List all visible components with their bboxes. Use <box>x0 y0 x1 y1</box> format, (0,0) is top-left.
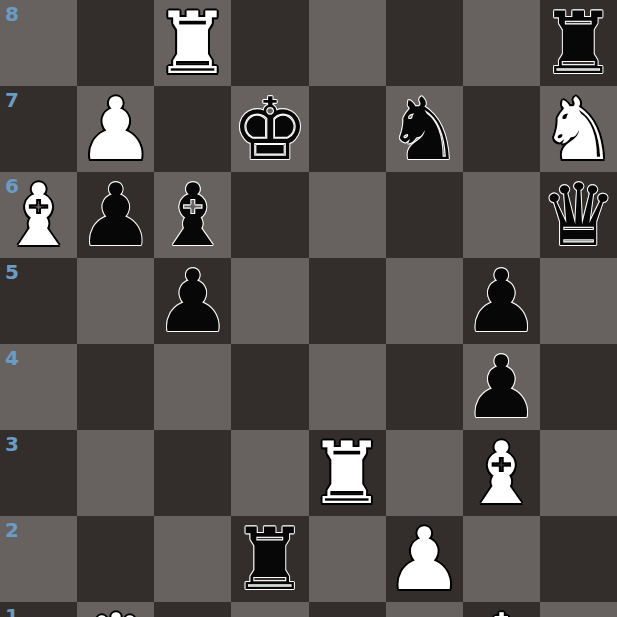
square-c3[interactable] <box>154 430 231 516</box>
square-c1[interactable]: c <box>154 602 231 617</box>
square-g5[interactable]: ♟ <box>463 258 540 344</box>
piece-white-knight-h7[interactable]: ♞ <box>540 86 617 172</box>
piece-white-pawn-f2[interactable]: ♟ <box>386 516 463 602</box>
square-b3[interactable] <box>77 430 154 516</box>
piece-black-knight-f7[interactable]: ♞ <box>386 86 463 172</box>
square-h6[interactable]: ♛ <box>540 172 617 258</box>
square-a3[interactable]: 3 <box>0 430 77 516</box>
square-e3[interactable]: ♜ <box>309 430 386 516</box>
square-g3[interactable]: ♝ <box>463 430 540 516</box>
square-a2[interactable]: 2 <box>0 516 77 602</box>
piece-black-pawn-g5[interactable]: ♟ <box>463 258 540 344</box>
square-g7[interactable] <box>463 86 540 172</box>
square-a1[interactable]: 1a <box>0 602 77 617</box>
piece-black-king-d7[interactable]: ♚ <box>231 86 308 172</box>
square-f6[interactable] <box>386 172 463 258</box>
rank-label-4: 4 <box>5 346 19 370</box>
square-d8[interactable] <box>231 0 308 86</box>
square-g1[interactable]: g♚ <box>463 602 540 617</box>
square-f4[interactable] <box>386 344 463 430</box>
square-d2[interactable]: ♜ <box>231 516 308 602</box>
square-f3[interactable] <box>386 430 463 516</box>
square-h1[interactable]: h <box>540 602 617 617</box>
square-e7[interactable] <box>309 86 386 172</box>
chess-board: 8♜♜7♟♚♞♞6♝♟♝♛5♟♟4♟3♜♝2♜♟1ab♛cdefg♚h <box>0 0 617 617</box>
square-b5[interactable] <box>77 258 154 344</box>
square-c5[interactable]: ♟ <box>154 258 231 344</box>
square-c6[interactable]: ♝ <box>154 172 231 258</box>
square-e8[interactable] <box>309 0 386 86</box>
square-b7[interactable]: ♟ <box>77 86 154 172</box>
square-a4[interactable]: 4 <box>0 344 77 430</box>
square-e1[interactable]: e <box>309 602 386 617</box>
rank-label-8: 8 <box>5 2 19 26</box>
square-e6[interactable] <box>309 172 386 258</box>
square-h4[interactable] <box>540 344 617 430</box>
square-d5[interactable] <box>231 258 308 344</box>
square-h2[interactable] <box>540 516 617 602</box>
square-f7[interactable]: ♞ <box>386 86 463 172</box>
square-h8[interactable]: ♜ <box>540 0 617 86</box>
square-f8[interactable] <box>386 0 463 86</box>
square-a7[interactable]: 7 <box>0 86 77 172</box>
piece-black-rook-h8[interactable]: ♜ <box>540 0 617 86</box>
square-b8[interactable] <box>77 0 154 86</box>
square-b6[interactable]: ♟ <box>77 172 154 258</box>
square-c2[interactable] <box>154 516 231 602</box>
piece-black-pawn-g4[interactable]: ♟ <box>463 344 540 430</box>
square-b4[interactable] <box>77 344 154 430</box>
square-f2[interactable]: ♟ <box>386 516 463 602</box>
piece-black-bishop-c6[interactable]: ♝ <box>154 172 231 258</box>
square-c4[interactable] <box>154 344 231 430</box>
piece-white-queen-b1[interactable]: ♛ <box>77 602 154 617</box>
rank-label-2: 2 <box>5 518 19 542</box>
piece-black-pawn-c5[interactable]: ♟ <box>154 258 231 344</box>
piece-white-bishop-g3[interactable]: ♝ <box>463 430 540 516</box>
square-a6[interactable]: 6♝ <box>0 172 77 258</box>
square-g8[interactable] <box>463 0 540 86</box>
square-b1[interactable]: b♛ <box>77 602 154 617</box>
square-h5[interactable] <box>540 258 617 344</box>
square-e5[interactable] <box>309 258 386 344</box>
square-b2[interactable] <box>77 516 154 602</box>
square-a5[interactable]: 5 <box>0 258 77 344</box>
square-d7[interactable]: ♚ <box>231 86 308 172</box>
square-d6[interactable] <box>231 172 308 258</box>
square-c8[interactable]: ♜ <box>154 0 231 86</box>
rank-label-3: 3 <box>5 432 19 456</box>
square-d4[interactable] <box>231 344 308 430</box>
square-h7[interactable]: ♞ <box>540 86 617 172</box>
piece-white-rook-e3[interactable]: ♜ <box>309 430 386 516</box>
square-e2[interactable] <box>309 516 386 602</box>
square-e4[interactable] <box>309 344 386 430</box>
square-g2[interactable] <box>463 516 540 602</box>
piece-white-rook-c8[interactable]: ♜ <box>154 0 231 86</box>
square-d3[interactable] <box>231 430 308 516</box>
piece-white-king-g1[interactable]: ♚ <box>463 602 540 617</box>
square-a8[interactable]: 8 <box>0 0 77 86</box>
rank-label-7: 7 <box>5 88 19 112</box>
square-h3[interactable] <box>540 430 617 516</box>
piece-black-rook-d2[interactable]: ♜ <box>231 516 308 602</box>
piece-black-pawn-b6[interactable]: ♟ <box>77 172 154 258</box>
rank-label-1: 1 <box>5 604 19 617</box>
piece-black-queen-h6[interactable]: ♛ <box>540 172 617 258</box>
piece-white-bishop-a6[interactable]: ♝ <box>0 172 77 258</box>
square-f5[interactable] <box>386 258 463 344</box>
square-g4[interactable]: ♟ <box>463 344 540 430</box>
square-g6[interactable] <box>463 172 540 258</box>
piece-white-pawn-b7[interactable]: ♟ <box>77 86 154 172</box>
square-c7[interactable] <box>154 86 231 172</box>
